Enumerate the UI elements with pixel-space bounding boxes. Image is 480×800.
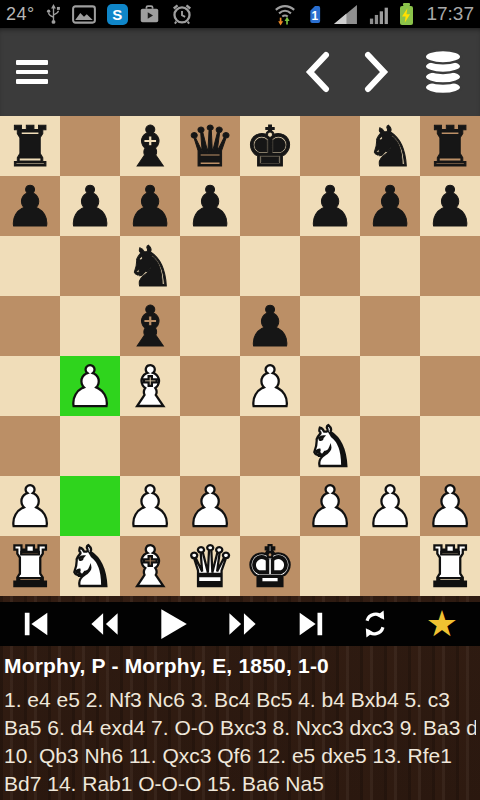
square-g4[interactable] [360, 356, 420, 416]
previous-game-icon[interactable] [304, 51, 331, 93]
square-f4[interactable] [300, 356, 360, 416]
black-pawn: ♟ [240, 296, 300, 356]
move-line: 10. Qb3 Nh6 11. Qxc3 Qf6 12. e5 dxe5 13.… [4, 742, 476, 770]
black-knight: ♞ [120, 236, 180, 296]
square-c3[interactable] [120, 416, 180, 476]
square-b2[interactable] [60, 476, 120, 536]
black-pawn: ♟ [420, 176, 480, 236]
black-pawn: ♟ [180, 176, 240, 236]
square-b4[interactable]: ♟ [60, 356, 120, 416]
black-king: ♚ [240, 116, 300, 176]
white-bishop: ♝ [120, 356, 180, 416]
black-pawn: ♟ [60, 176, 120, 236]
black-rook: ♜ [0, 116, 60, 176]
square-d3[interactable] [180, 416, 240, 476]
white-knight: ♞ [60, 536, 120, 596]
white-rook: ♜ [0, 536, 60, 596]
status-bar-right: 1 17:37 [274, 2, 474, 26]
white-bishop: ♝ [120, 536, 180, 596]
square-g5[interactable] [360, 296, 420, 356]
move-line: Ba5 6. d4 exd4 7. O-O Bxc3 8. Nxc3 dxc3 … [4, 714, 476, 742]
square-e8[interactable]: ♚ [240, 116, 300, 176]
square-e2[interactable] [240, 476, 300, 536]
status-bar-left: 24° S [6, 3, 193, 25]
square-b6[interactable] [60, 236, 120, 296]
game-info-panel: Morphy, P - Morphy, E, 1850, 1-0 1. e4 e… [0, 646, 480, 798]
white-pawn: ♟ [300, 476, 360, 536]
sim-card-icon: 1 [307, 4, 322, 25]
white-pawn: ♟ [60, 356, 120, 416]
white-pawn: ♟ [0, 476, 60, 536]
app-toolbar [0, 28, 480, 116]
square-h4[interactable] [420, 356, 480, 416]
status-bar: 24° S [0, 0, 480, 28]
white-rook: ♜ [420, 536, 480, 596]
square-a1[interactable]: ♜ [0, 536, 60, 596]
battery-icon [400, 6, 413, 25]
square-c4[interactable]: ♝ [120, 356, 180, 416]
favorite-button[interactable]: ★ [426, 605, 458, 643]
white-pawn: ♟ [120, 476, 180, 536]
square-g2[interactable]: ♟ [360, 476, 420, 536]
black-rook: ♜ [420, 116, 480, 176]
square-a3[interactable] [0, 416, 60, 476]
black-pawn: ♟ [300, 176, 360, 236]
square-b7[interactable]: ♟ [60, 176, 120, 236]
signal-bars-icon [369, 4, 389, 25]
white-queen: ♛ [180, 536, 240, 596]
square-a4[interactable] [0, 356, 60, 416]
square-e5[interactable]: ♟ [240, 296, 300, 356]
skype-icon: S [107, 4, 128, 25]
square-f2[interactable]: ♟ [300, 476, 360, 536]
white-knight: ♞ [300, 416, 360, 476]
move-line: Bd7 14. Rab1 O-O-O 15. Ba6 Na5 [4, 770, 476, 798]
square-d7[interactable]: ♟ [180, 176, 240, 236]
square-g3[interactable] [360, 416, 420, 476]
square-g7[interactable]: ♟ [360, 176, 420, 236]
playback-controls: ★ [0, 602, 480, 646]
sync-button[interactable] [360, 609, 390, 639]
square-d5[interactable] [180, 296, 240, 356]
square-e7[interactable] [240, 176, 300, 236]
square-b1[interactable]: ♞ [60, 536, 120, 596]
white-pawn: ♟ [180, 476, 240, 536]
square-a7[interactable]: ♟ [0, 176, 60, 236]
white-pawn: ♟ [360, 476, 420, 536]
square-b3[interactable] [60, 416, 120, 476]
clock-text: 17:37 [426, 3, 474, 25]
black-queen: ♛ [180, 116, 240, 176]
white-pawn: ♟ [420, 476, 480, 536]
square-c8[interactable]: ♝ [120, 116, 180, 176]
menu-icon[interactable] [16, 60, 48, 84]
square-g6[interactable] [360, 236, 420, 296]
square-a5[interactable] [0, 296, 60, 356]
sim-number: 1 [307, 9, 322, 23]
skip-to-end-button[interactable] [295, 609, 325, 639]
square-d2[interactable]: ♟ [180, 476, 240, 536]
usb-icon [46, 3, 61, 25]
square-f1[interactable] [300, 536, 360, 596]
square-c5[interactable]: ♝ [120, 296, 180, 356]
square-c7[interactable]: ♟ [120, 176, 180, 236]
gallery-icon [72, 5, 96, 24]
square-e1[interactable]: ♚ [240, 536, 300, 596]
signal-triangle-icon [333, 4, 358, 25]
square-a8[interactable]: ♜ [0, 116, 60, 176]
square-f6[interactable] [300, 236, 360, 296]
square-a6[interactable] [0, 236, 60, 296]
square-f7[interactable]: ♟ [300, 176, 360, 236]
white-pawn: ♟ [240, 356, 300, 416]
skype-letter: S [112, 7, 122, 22]
white-king: ♚ [240, 536, 300, 596]
square-h2[interactable]: ♟ [420, 476, 480, 536]
alarm-clock-icon [171, 3, 193, 25]
square-c6[interactable]: ♞ [120, 236, 180, 296]
square-e4[interactable]: ♟ [240, 356, 300, 416]
black-pawn: ♟ [120, 176, 180, 236]
square-h6[interactable] [420, 236, 480, 296]
square-h8[interactable]: ♜ [420, 116, 480, 176]
square-d4[interactable] [180, 356, 240, 416]
lightning-bolt-icon [402, 8, 411, 23]
phone-screen: 24° S [0, 0, 480, 800]
square-a2[interactable]: ♟ [0, 476, 60, 536]
square-b8[interactable] [60, 116, 120, 176]
play-button[interactable] [156, 607, 190, 641]
square-f5[interactable] [300, 296, 360, 356]
square-d8[interactable]: ♛ [180, 116, 240, 176]
square-d6[interactable] [180, 236, 240, 296]
game-title: Morphy, P - Morphy, E, 1850, 1-0 [4, 654, 476, 678]
play-apps-icon [139, 4, 160, 24]
square-g8[interactable]: ♞ [360, 116, 420, 176]
square-h1[interactable]: ♜ [420, 536, 480, 596]
black-bishop: ♝ [120, 296, 180, 356]
move-list[interactable]: 1. e4 e5 2. Nf3 Nc6 3. Bc4 Bc5 4. b4 Bxb… [4, 686, 476, 798]
square-h3[interactable] [420, 416, 480, 476]
square-g1[interactable] [360, 536, 420, 596]
square-d1[interactable]: ♛ [180, 536, 240, 596]
square-h7[interactable]: ♟ [420, 176, 480, 236]
black-pawn: ♟ [0, 176, 60, 236]
chess-board: ♜♝♛♚♞♜♟♟♟♟♟♟♟♞♝♟♟♝♟♞♟♟♟♟♟♟♜♞♝♛♚♜ [0, 116, 480, 596]
black-bishop: ♝ [120, 116, 180, 176]
rewind-button[interactable] [88, 609, 121, 639]
database-icon[interactable] [422, 49, 464, 95]
move-line: 1. e4 e5 2. Nf3 Nc6 3. Bc4 Bc5 4. b4 Bxb… [4, 686, 476, 714]
black-pawn: ♟ [360, 176, 420, 236]
square-f8[interactable] [300, 116, 360, 176]
star-icon: ★ [426, 605, 458, 643]
temperature-text: 24° [6, 4, 35, 25]
next-game-icon[interactable] [363, 51, 390, 93]
black-knight: ♞ [360, 116, 420, 176]
square-c1[interactable]: ♝ [120, 536, 180, 596]
wifi-traffic-icon [274, 2, 296, 26]
square-b5[interactable] [60, 296, 120, 356]
square-e3[interactable] [240, 416, 300, 476]
square-h5[interactable] [420, 296, 480, 356]
skip-to-start-button[interactable] [22, 609, 52, 639]
fast-forward-button[interactable] [226, 609, 259, 639]
square-e6[interactable] [240, 236, 300, 296]
square-c2[interactable]: ♟ [120, 476, 180, 536]
square-f3[interactable]: ♞ [300, 416, 360, 476]
